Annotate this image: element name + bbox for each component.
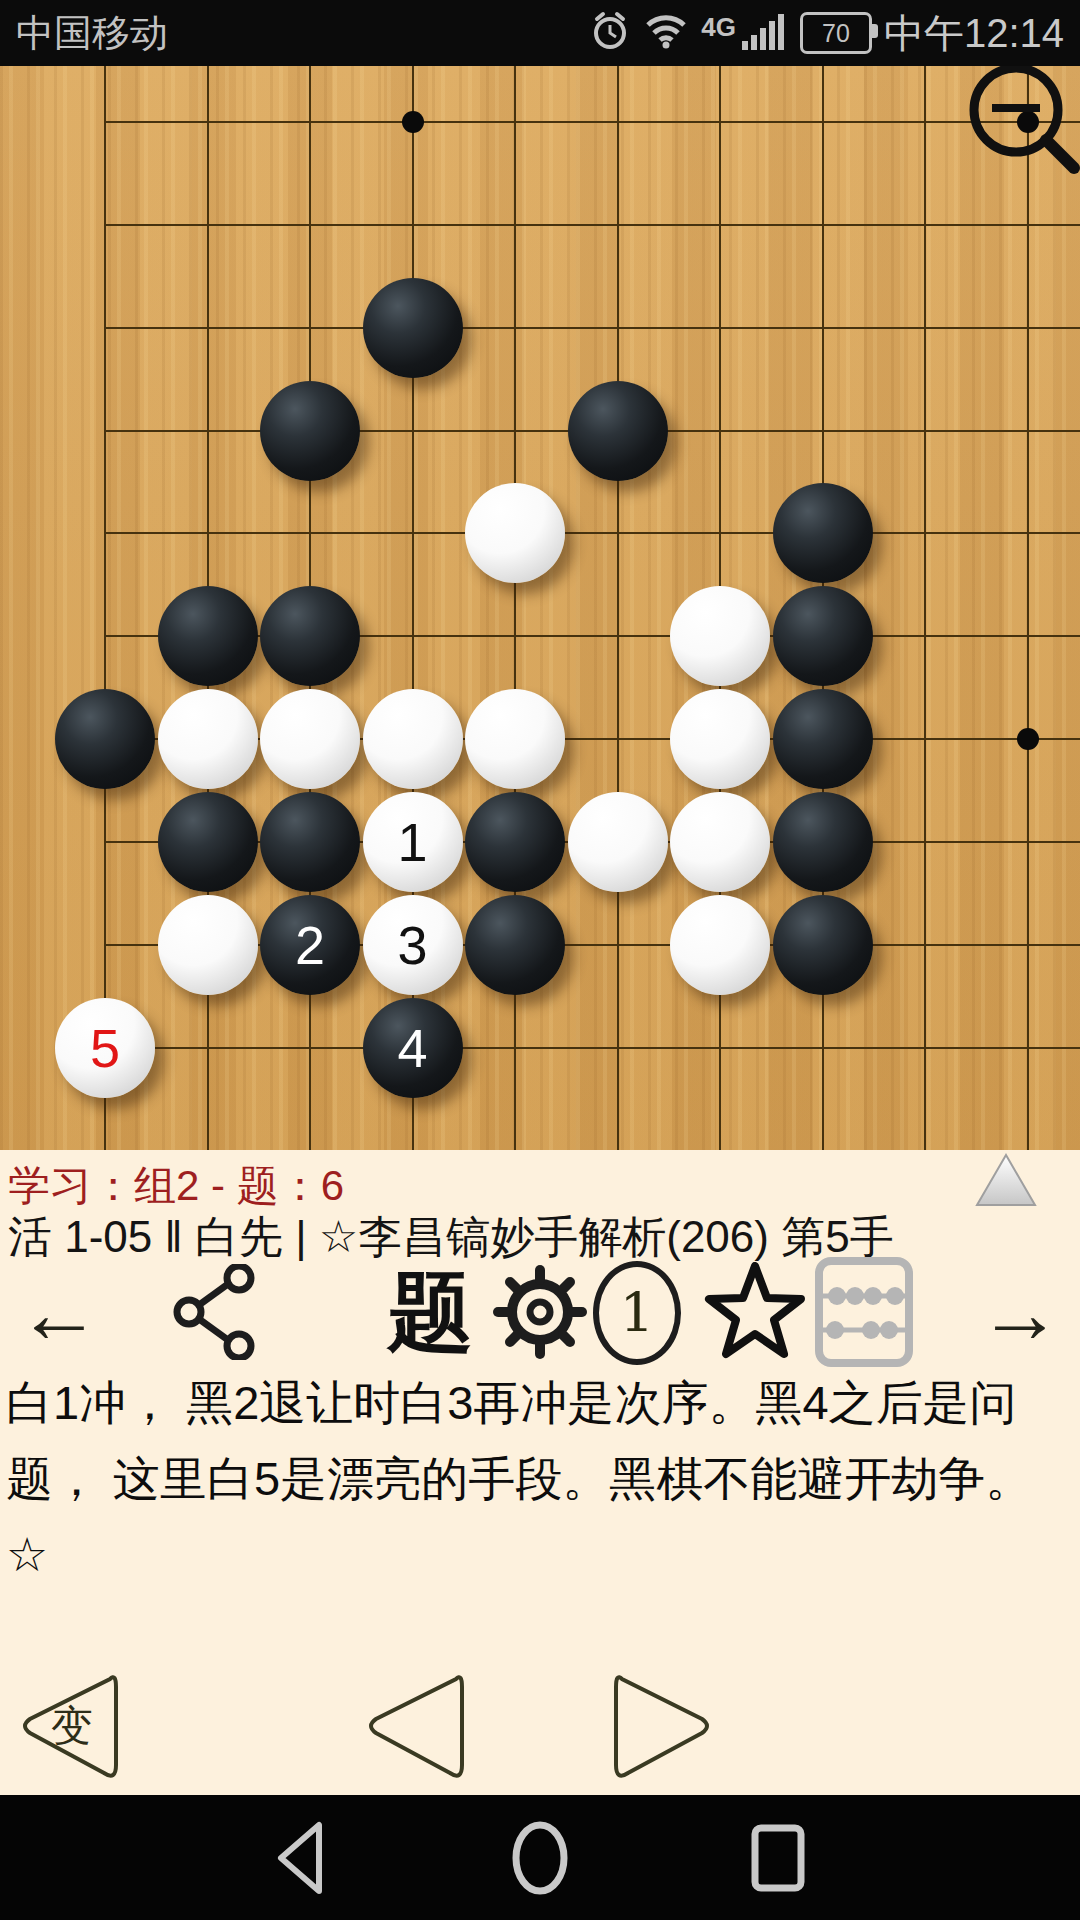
- board-stones-grid: 12354: [54, 71, 1079, 1099]
- black-stone: [363, 278, 463, 378]
- network-type-label: 4G: [701, 12, 736, 43]
- next-move-button[interactable]: [608, 1665, 718, 1787]
- white-stone: [465, 689, 565, 789]
- white-stone: [363, 689, 463, 789]
- previous-move-button[interactable]: [360, 1665, 470, 1787]
- black-stone-move-4: 4: [363, 998, 463, 1098]
- white-stone-move-5: 5: [55, 998, 155, 1098]
- status-bar: 中国移动 4G: [0, 0, 1080, 66]
- back-triangle-icon: [275, 1820, 325, 1896]
- recents-square-icon: [750, 1823, 806, 1893]
- move-number-label: 1: [397, 815, 427, 869]
- zoom-out-icon[interactable]: [960, 66, 1080, 188]
- wifi-icon: [643, 10, 689, 56]
- gear-icon: [492, 1264, 588, 1363]
- black-stone: [773, 483, 873, 583]
- android-nav-bar: [0, 1795, 1080, 1920]
- battery-percent: 70: [822, 19, 850, 48]
- battery-indicator: 70: [800, 12, 872, 54]
- black-stone: [773, 792, 873, 892]
- white-stone: [158, 689, 258, 789]
- problem-list-button[interactable]: 题: [372, 1263, 488, 1363]
- star-icon: [703, 1262, 807, 1365]
- lesson-title: 学习：组2 - 题：6: [8, 1158, 344, 1214]
- status-time: 中午12:14: [884, 6, 1064, 61]
- signal-bars-icon: [742, 11, 788, 55]
- share-icon: [173, 1264, 259, 1363]
- white-stone: [670, 792, 770, 892]
- variation-label: 变: [51, 1698, 93, 1754]
- share-button[interactable]: [158, 1263, 274, 1363]
- black-stone: [260, 381, 360, 481]
- prev-problem-button[interactable]: ←: [1, 1263, 117, 1363]
- android-back-button[interactable]: [220, 1795, 380, 1920]
- white-stone: [260, 689, 360, 789]
- black-stone: [773, 586, 873, 686]
- black-stone: [773, 689, 873, 789]
- abacus-icon: [814, 1256, 914, 1371]
- collapse-panel-icon[interactable]: [974, 1152, 1038, 1212]
- move-number-label: 5: [90, 1021, 120, 1075]
- black-stone: [465, 895, 565, 995]
- android-recents-button[interactable]: [698, 1795, 858, 1920]
- white-stone: [158, 895, 258, 995]
- white-stone: [670, 895, 770, 995]
- carrier-label: 中国移动: [16, 8, 168, 59]
- black-stone: [260, 792, 360, 892]
- move-number-label: 4: [397, 1021, 427, 1075]
- move-number-label: 2: [295, 918, 325, 972]
- black-stone: [158, 586, 258, 686]
- white-stone: [465, 483, 565, 583]
- status-icons: 4G 70 中午12:14: [589, 6, 1064, 61]
- white-stone-move-3: 3: [363, 895, 463, 995]
- right-arrow-icon: →: [978, 1271, 1062, 1355]
- white-stone: [670, 586, 770, 686]
- toolbar: ← 题: [0, 1263, 1080, 1363]
- android-home-button[interactable]: [460, 1795, 620, 1920]
- move-number-label: 3: [397, 918, 427, 972]
- commentary-text: 白1冲， 黑2退让时白3再冲是次序。黑4之后是问题， 这里白5是漂亮的手段。黑棋…: [6, 1365, 1074, 1593]
- go-board[interactable]: 12354: [0, 66, 1080, 1150]
- black-stone: [568, 381, 668, 481]
- info-panel: 学习：组2 - 题：6 活 1-05 ‖ 白先 | ☆李昌镐妙手解析(206) …: [0, 1150, 1080, 1795]
- white-stone: [670, 689, 770, 789]
- white-stone: [568, 792, 668, 892]
- ti-character-icon: 题: [387, 1255, 473, 1372]
- variation-button[interactable]: 变: [14, 1665, 124, 1787]
- black-stone: [55, 689, 155, 789]
- home-circle-icon: [510, 1819, 570, 1897]
- black-stone: [465, 792, 565, 892]
- circled-one-icon: 1: [593, 1261, 681, 1365]
- next-problem-button[interactable]: →: [962, 1263, 1078, 1363]
- favorite-button[interactable]: [697, 1263, 813, 1363]
- left-arrow-icon: ←: [17, 1271, 101, 1355]
- white-stone-move-1: 1: [363, 792, 463, 892]
- black-stone: [773, 895, 873, 995]
- phone-screen: 中国移动 4G: [0, 0, 1080, 1920]
- counter-button[interactable]: [806, 1263, 922, 1363]
- black-stone-move-2: 2: [260, 895, 360, 995]
- black-stone: [158, 792, 258, 892]
- move-number-toggle-button[interactable]: 1: [579, 1263, 695, 1363]
- alarm-clock-icon: [589, 10, 631, 56]
- black-stone: [260, 586, 360, 686]
